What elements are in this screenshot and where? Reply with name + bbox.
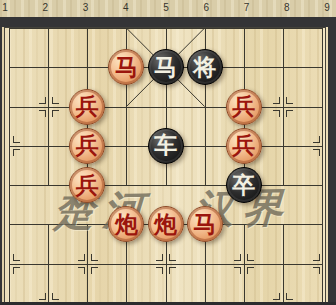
piece-glyph: 马: [193, 213, 216, 236]
piece-red-cannon[interactable]: 炮: [148, 206, 184, 242]
piece-glyph: 兵: [232, 95, 255, 118]
piece-glyph: 兵: [76, 174, 99, 197]
piece-glyph: 卒: [232, 174, 255, 197]
piece-red-soldier[interactable]: 兵: [226, 89, 262, 125]
piece-red-soldier[interactable]: 兵: [69, 89, 105, 125]
piece-red-cannon[interactable]: 炮: [108, 206, 144, 242]
piece-glyph: 炮: [115, 213, 138, 236]
piece-black-horse[interactable]: 马: [148, 49, 184, 85]
piece-red-soldier[interactable]: 兵: [226, 128, 262, 164]
piece-glyph: 兵: [76, 95, 99, 118]
piece-black-chariot[interactable]: 车: [148, 128, 184, 164]
piece-glyph: 兵: [76, 134, 99, 157]
piece-glyph: 炮: [154, 213, 177, 236]
piece-red-horse[interactable]: 马: [108, 49, 144, 85]
piece-glyph: 马: [115, 56, 138, 79]
board-frame-right: [328, 17, 336, 305]
piece-glyph: 将: [193, 56, 216, 79]
piece-glyph: 车: [154, 134, 177, 157]
piece-red-horse[interactable]: 马: [187, 206, 223, 242]
piece-glyph: 马: [154, 56, 177, 79]
board-frame-top: [0, 17, 336, 27]
piece-glyph: 兵: [232, 134, 255, 157]
piece-black-soldier[interactable]: 卒: [226, 167, 262, 203]
piece-black-general[interactable]: 将: [187, 49, 223, 85]
xiangqi-app-window: 123456789 楚河 汉界 马马将兵兵兵车兵兵卒炮炮马: [0, 0, 336, 305]
board-frame-left: [0, 17, 2, 305]
piece-layer: 马马将兵兵兵车兵兵卒炮炮马: [0, 8, 336, 305]
piece-red-soldier[interactable]: 兵: [69, 128, 105, 164]
piece-red-soldier[interactable]: 兵: [69, 167, 105, 203]
